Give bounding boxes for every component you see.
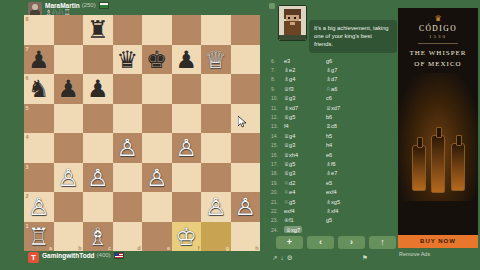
square-g2[interactable]: ♙ <box>201 192 231 222</box>
square-e3[interactable]: ♙ <box>142 163 172 193</box>
move-row-8: 8.♗g4♗d7 <box>271 75 393 84</box>
square-d6[interactable] <box>113 74 143 104</box>
black-move[interactable]: ♗f6 <box>326 161 360 167</box>
move-number: 19. <box>271 180 284 186</box>
move-number: 22. <box>271 208 284 214</box>
bottom-player-bar: T GamingwithTodd (400) <box>28 252 124 263</box>
move-row-17: 17.♕g5♗f6 <box>271 159 393 168</box>
white-move[interactable]: ♕g3 <box>284 170 312 176</box>
square-f1[interactable]: f♔ <box>172 222 202 252</box>
ad-divider <box>418 43 458 44</box>
square-g3[interactable] <box>201 163 231 193</box>
rank-label-4: 4 <box>26 134 29 140</box>
piece-black-r-c8[interactable]: ♜ <box>83 15 113 45</box>
rank-label-5: 5 <box>26 105 29 111</box>
move-number: 21. <box>271 199 284 205</box>
file-label-d: d <box>137 245 140 251</box>
move-number: 12. <box>271 114 284 120</box>
footer-icons-right: ⚑ <box>362 254 371 262</box>
top-player-avatar[interactable] <box>28 2 42 16</box>
add-move-button[interactable]: + <box>276 236 303 249</box>
white-move[interactable]: ♕xg7 <box>284 227 312 233</box>
white-move[interactable]: ♕g5 <box>284 114 312 120</box>
move-number: 10. <box>271 95 284 101</box>
square-h3[interactable] <box>231 163 261 193</box>
coach-portrait-image <box>279 6 306 40</box>
chess-app: { "game": "chess", "position": "2r5/p2qk… <box>0 0 480 270</box>
black-move[interactable]: c6 <box>326 95 360 101</box>
piece-black-n-a6[interactable]: ♞ <box>24 74 54 104</box>
square-e5[interactable] <box>142 104 172 134</box>
square-f3[interactable] <box>172 163 202 193</box>
square-g7[interactable]: ♕ <box>201 45 231 75</box>
bottom-player-rating: (400) <box>97 252 111 258</box>
black-move[interactable]: exf4 <box>326 189 360 195</box>
move-row-11: 11.♗xd7♕xd7 <box>271 103 393 112</box>
analysis-nav-row: + ‹ › ↑ <box>276 236 396 249</box>
black-move[interactable]: g6 <box>326 58 360 64</box>
move-row-6: 6.e3g6 <box>271 56 393 65</box>
square-c4[interactable] <box>83 133 113 163</box>
black-move[interactable]: ♗xg5 <box>326 199 360 205</box>
ad-brand-year: 1530 <box>429 34 447 39</box>
ad-tagline-line2: OF MEXICO <box>410 59 467 70</box>
move-row-20: 20.♘e4exf4 <box>271 187 393 196</box>
ad-crown-icon: ♛ <box>434 14 441 23</box>
bottle-center <box>431 135 445 193</box>
square-e8[interactable] <box>142 15 172 45</box>
square-f7[interactable]: ♟ <box>172 45 202 75</box>
file-label-h: h <box>255 245 258 251</box>
square-e6[interactable] <box>142 74 172 104</box>
square-d2[interactable] <box>113 192 143 222</box>
black-move[interactable]: b6 <box>326 114 360 120</box>
export-button[interactable]: ↑ <box>369 236 396 249</box>
square-g5[interactable] <box>201 104 231 134</box>
square-d5[interactable] <box>113 104 143 134</box>
move-number: 7. <box>271 67 284 73</box>
piece-white-p-f4[interactable]: ♙ <box>172 133 202 163</box>
square-b1[interactable]: b <box>54 222 84 252</box>
coach-avatar[interactable] <box>278 5 307 41</box>
square-c6[interactable]: ♟ <box>83 74 113 104</box>
move-row-14: 14.♕g4h5 <box>271 131 393 140</box>
square-d4[interactable]: ♙ <box>113 133 143 163</box>
square-g4[interactable] <box>201 133 231 163</box>
square-b3[interactable]: ♙ <box>54 163 84 193</box>
square-b4[interactable] <box>54 133 84 163</box>
piece-white-p-d4[interactable]: ♙ <box>113 133 143 163</box>
white-move[interactable]: ♕g3 <box>284 95 312 101</box>
black-move[interactable]: e5 <box>326 180 360 186</box>
black-move[interactable]: h5 <box>326 133 360 139</box>
rank-label-3: 3 <box>26 164 29 170</box>
ad-buy-now-button[interactable]: BUY NOW <box>398 235 478 248</box>
square-f2[interactable] <box>172 192 202 222</box>
black-move[interactable]: ♗e7 <box>326 170 360 176</box>
piece-white-p-e3[interactable]: ♙ <box>142 163 172 193</box>
chess-board[interactable]: 8♜7♟♛♚♟♕6♞♟♟54♙♙3♙♙♙2♙♙♙1a♖bc♗def♔gh <box>24 15 260 251</box>
settings-gear-icon[interactable]: ⚙ <box>287 254 296 261</box>
black-move[interactable]: h4 <box>326 142 360 148</box>
move-number: 8. <box>271 76 284 82</box>
square-d1[interactable]: d <box>113 222 143 252</box>
footer-icons-left: ↗↓⚙ <box>272 254 296 262</box>
piece-white-p-h2[interactable]: ♙ <box>231 192 261 222</box>
move-number: 9. <box>271 86 284 92</box>
move-row-24: 24.♕xg7 <box>271 225 393 234</box>
coach-message-text: It's a big achievement, taking one of yo… <box>314 25 389 47</box>
white-move[interactable]: ♕g5 <box>284 161 312 167</box>
move-number: 20. <box>271 189 284 195</box>
piece-white-p-c3[interactable]: ♙ <box>83 163 113 193</box>
move-row-21: 21.♘g5♗xg5 <box>271 197 393 206</box>
square-c1[interactable]: c♗ <box>83 222 113 252</box>
white-move[interactable]: ♕f3 <box>284 86 312 92</box>
square-a8[interactable]: 8 <box>24 15 54 45</box>
square-d7[interactable]: ♛ <box>113 45 143 75</box>
square-a3[interactable]: 3 <box>24 163 54 193</box>
square-g8[interactable] <box>201 15 231 45</box>
white-move[interactable]: ♗e2 <box>284 67 312 73</box>
square-a1[interactable]: 1a♖ <box>24 222 54 252</box>
ad-bottles-image <box>398 73 478 201</box>
square-h7[interactable] <box>231 45 261 75</box>
square-b5[interactable] <box>54 104 84 134</box>
square-c3[interactable]: ♙ <box>83 163 113 193</box>
bottom-player-name[interactable]: GamingwithTodd <box>42 252 95 259</box>
ad-brand-name: CÓDIGO <box>419 24 457 33</box>
remove-ads-link[interactable]: Remove Ads <box>399 251 430 257</box>
move-row-12: 12.♕g5b6 <box>271 112 393 121</box>
square-g1[interactable]: g <box>201 222 231 252</box>
bottom-player-avatar[interactable]: T <box>28 252 39 263</box>
black-move[interactable]: ♘a6 <box>326 86 360 92</box>
white-move[interactable]: ♕g3 <box>284 142 312 148</box>
bottle-right <box>451 143 465 191</box>
piece-black-k-e7[interactable]: ♚ <box>142 45 172 75</box>
square-h6[interactable] <box>231 74 261 104</box>
black-move[interactable]: ♗xf4 <box>326 208 360 214</box>
mouse-cursor <box>238 114 247 132</box>
rank-label-8: 8 <box>26 16 29 22</box>
square-a7[interactable]: 7♟ <box>24 45 54 75</box>
black-move[interactable]: ♕xd7 <box>326 105 360 111</box>
bottle-left <box>412 145 426 191</box>
piece-black-p-b6[interactable]: ♟ <box>54 74 84 104</box>
white-move[interactable]: ♕g4 <box>284 133 312 139</box>
move-number: 16. <box>271 152 284 158</box>
coach-message-bubble: It's a big achievement, taking one of yo… <box>309 20 397 53</box>
square-d3[interactable] <box>113 163 143 193</box>
piece-black-p-c6[interactable]: ♟ <box>83 74 113 104</box>
move-number: 14. <box>271 133 284 139</box>
square-e7[interactable]: ♚ <box>142 45 172 75</box>
move-number: 23. <box>271 217 284 223</box>
square-h1[interactable]: h <box>231 222 261 252</box>
file-label-b: b <box>78 245 81 251</box>
move-number: 17. <box>271 161 284 167</box>
white-move[interactable]: exf4 <box>284 208 312 214</box>
file-label-e: e <box>167 245 170 251</box>
piece-white-p-g2[interactable]: ♙ <box>201 192 231 222</box>
white-move[interactable]: ♗xd7 <box>284 105 312 111</box>
move-list: 6.e3g67.♗e2♗g78.♗g4♗d79.♕f3♘a610.♕g3c611… <box>271 56 393 234</box>
move-number: 6. <box>271 58 284 64</box>
ad-tagline: THE WHISPER OF MEXICO <box>410 48 467 69</box>
square-a2[interactable]: 2♙ <box>24 192 54 222</box>
forward-button[interactable]: › <box>338 236 365 249</box>
square-e4[interactable] <box>142 133 172 163</box>
sidebar-ad[interactable]: ♛ CÓDIGO 1530 THE WHISPER OF MEXICO BUY … <box>398 8 478 248</box>
move-number: 24. <box>271 227 284 233</box>
ad-tagline-line1: THE WHISPER <box>410 48 467 59</box>
move-row-7: 7.♗e2♗g7 <box>271 65 393 74</box>
move-row-10: 10.♕g3c6 <box>271 94 393 103</box>
piece-black-p-a7[interactable]: ♟ <box>24 45 54 75</box>
move-number: 15. <box>271 142 284 148</box>
white-move[interactable]: ♕xh4 <box>284 152 312 158</box>
square-b7[interactable] <box>54 45 84 75</box>
top-player-rating: (250) <box>82 2 96 8</box>
move-row-23: 23.♔f1g5 <box>271 216 393 225</box>
piece-black-p-f7[interactable]: ♟ <box>172 45 202 75</box>
top-player-flag-icon <box>99 2 109 9</box>
white-move[interactable]: ♘g5 <box>284 199 312 205</box>
move-row-16: 16.♕xh4e6 <box>271 150 393 159</box>
square-b8[interactable] <box>54 15 84 45</box>
piece-black-q-d7[interactable]: ♛ <box>113 45 143 75</box>
file-label-g: g <box>226 245 229 251</box>
move-row-13: 13.f4♖c8 <box>271 122 393 131</box>
square-a6[interactable]: 6♞ <box>24 74 54 104</box>
white-move[interactable]: ♘e4 <box>284 189 312 195</box>
square-a5[interactable]: 5 <box>24 104 54 134</box>
square-b2[interactable] <box>54 192 84 222</box>
bottom-player-flag-icon <box>114 252 124 259</box>
square-c7[interactable] <box>83 45 113 75</box>
move-number: 13. <box>271 123 284 129</box>
square-c8[interactable]: ♜ <box>83 15 113 45</box>
square-f8[interactable] <box>172 15 202 45</box>
square-h4[interactable] <box>231 133 261 163</box>
move-row-15: 15.♕g3h4 <box>271 141 393 150</box>
black-move[interactable]: e6 <box>326 152 360 158</box>
piece-white-k-f1[interactable]: ♔ <box>172 222 202 252</box>
square-f6[interactable] <box>172 74 202 104</box>
square-e1[interactable]: e <box>142 222 172 252</box>
move-number: 11. <box>271 105 284 111</box>
black-move[interactable]: ♗g7 <box>326 67 360 73</box>
report-flag-icon[interactable]: ⚑ <box>362 254 371 261</box>
white-move[interactable]: ♘d2 <box>284 180 312 186</box>
square-a4[interactable]: 4 <box>24 133 54 163</box>
square-f4[interactable]: ♙ <box>172 133 202 163</box>
square-b6[interactable]: ♟ <box>54 74 84 104</box>
move-number: 18. <box>271 170 284 176</box>
piece-white-p-a2[interactable]: ♙ <box>24 192 54 222</box>
move-row-9: 9.♕f3♘a6 <box>271 84 393 93</box>
black-move[interactable]: ♗d7 <box>326 76 360 82</box>
square-h8[interactable] <box>231 15 261 45</box>
piece-white-r-a1[interactable]: ♖ <box>24 222 54 252</box>
black-move[interactable]: g5 <box>326 217 360 223</box>
square-c2[interactable] <box>83 192 113 222</box>
white-move[interactable]: ♔f1 <box>284 217 312 223</box>
back-button[interactable]: ‹ <box>307 236 334 249</box>
panel-corner-icon <box>269 3 275 9</box>
square-c5[interactable] <box>83 104 113 134</box>
piece-white-b-c1[interactable]: ♗ <box>83 222 113 252</box>
square-d8[interactable] <box>113 15 143 45</box>
square-f5[interactable] <box>172 104 202 134</box>
piece-white-q-g7[interactable]: ♕ <box>201 45 231 75</box>
square-e2[interactable] <box>142 192 172 222</box>
move-row-22: 22.exf4♗xf4 <box>271 206 393 215</box>
move-row-18: 18.♕g3♗e7 <box>271 169 393 178</box>
white-move[interactable]: e3 <box>284 58 312 64</box>
square-h2[interactable]: ♙ <box>231 192 261 222</box>
square-g6[interactable] <box>201 74 231 104</box>
piece-white-p-b3[interactable]: ♙ <box>54 163 84 193</box>
white-move[interactable]: ♗g4 <box>284 76 312 82</box>
white-move[interactable]: f4 <box>284 123 312 129</box>
move-row-19: 19.♘d2e5 <box>271 178 393 187</box>
black-move[interactable]: ♖c8 <box>326 123 360 129</box>
